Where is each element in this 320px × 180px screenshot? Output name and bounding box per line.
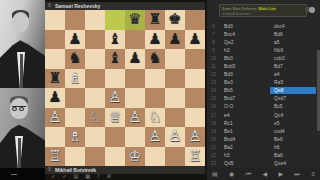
black-move[interactable]: dxc4 — [270, 23, 316, 30]
black-n-f6[interactable]: ♞ — [148, 49, 161, 68]
black-p-h7[interactable]: ♟ — [188, 30, 201, 49]
move-row-12: 12Bd3a4 — [207, 71, 318, 79]
square-c7[interactable] — [85, 30, 105, 50]
black-move[interactable]: cxd4 — [270, 128, 316, 135]
square-f3[interactable]: ♘ — [145, 108, 165, 128]
square-h7[interactable]: ♟ — [185, 30, 205, 50]
move-row-18: 18Rc1e5 — [207, 119, 318, 127]
square-h2[interactable]: ♙ — [185, 127, 205, 147]
white-p-a3[interactable]: ♙ — [48, 108, 61, 127]
book-icon[interactable]: ▤ — [212, 168, 218, 180]
move-row-9: 9h3Nb6 — [207, 46, 318, 54]
black-move[interactable]: Nb6 — [270, 47, 316, 54]
white-move[interactable]: Bb5 — [220, 87, 270, 94]
white-move[interactable]: e4 — [220, 112, 270, 119]
chess-board[interactable]: ♛♜♚♟♝♟♟♟♞♝♟♞♜♗♟♙♙♘♕♙♘♗♙♙♙♖♔♖ — [45, 10, 205, 166]
black-move[interactable]: Qe8 — [270, 87, 316, 94]
black-move[interactable]: Ba6 — [270, 152, 316, 159]
square-g4[interactable] — [165, 88, 185, 108]
white-p-f2[interactable]: ♙ — [148, 127, 161, 146]
top-player-name: Samuel Reshevsky — [55, 2, 100, 10]
white-n-f3[interactable]: ♘ — [148, 108, 161, 127]
suit-shape — [0, 122, 45, 168]
move-row-16: 16O-OBc5 — [207, 103, 318, 111]
square-e2[interactable] — [125, 127, 145, 147]
square-c1[interactable] — [85, 147, 105, 167]
move-number: 19 — [207, 129, 220, 134]
move-row-21: 21Ba2h6 — [207, 143, 318, 151]
square-b4[interactable] — [65, 88, 85, 108]
square-g7[interactable]: ♟ — [165, 30, 185, 50]
square-e5[interactable] — [125, 69, 145, 89]
reshevsky-photo — [0, 0, 45, 88]
black-move[interactable]: h6 — [270, 144, 316, 151]
move-row-13: 13Be3Ra5 — [207, 79, 318, 87]
square-e7[interactable] — [125, 30, 145, 50]
move-number: 12 — [207, 72, 220, 77]
board-area: 6 Samuel Reshevsky ♛♜♚♟♝♟♟♟♞♝♟♞♜♗♟♙♙♘♕♙♘… — [45, 0, 205, 180]
black-move[interactable]: Bd7 — [270, 63, 316, 70]
move-number: 9 — [207, 48, 220, 53]
move-row-10: 10Bb3cxb3 — [207, 54, 318, 62]
white-r-a1[interactable]: ♖ — [48, 147, 61, 166]
black-move[interactable]: Be6 — [270, 136, 316, 143]
white-move[interactable]: Rc1 — [220, 120, 270, 127]
top-player-badge: 6 — [47, 2, 52, 10]
opening-highlight: Main Line — [258, 6, 275, 11]
move-number: 16 — [207, 104, 220, 109]
square-f4[interactable] — [145, 88, 165, 108]
next-move-icon[interactable]: ▶ — [279, 168, 284, 180]
move-list[interactable]: 6Bd3dxc47Bxc4Bd68Qe2a59h3Nb610Bb3cxb311B… — [207, 22, 318, 168]
top-player-bar: 6 Samuel Reshevsky — [45, 2, 205, 10]
grid-icon[interactable]: ▦ — [85, 172, 90, 180]
square-h5[interactable] — [185, 69, 205, 89]
white-k-e1[interactable]: ♔ — [128, 147, 141, 166]
square-b2[interactable]: ♗ — [65, 127, 85, 147]
white-move[interactable]: h3 — [220, 47, 270, 54]
black-q-e8[interactable]: ♛ — [128, 10, 141, 29]
black-p-g7[interactable]: ♟ — [168, 30, 181, 49]
white-b-b5[interactable]: ♗ — [68, 69, 81, 88]
move-row-8: 8Qe2a5 — [207, 38, 318, 46]
panel-toggle-switch[interactable] — [305, 7, 315, 12]
white-p-g2[interactable]: ♙ — [168, 127, 181, 146]
black-move[interactable]: Qc4 — [270, 112, 316, 119]
square-a6[interactable] — [45, 49, 65, 69]
move-number: 8 — [207, 40, 220, 45]
black-move[interactable]: a4 — [270, 71, 316, 78]
move-number: 13 — [207, 80, 220, 85]
square-h1[interactable]: ♖ — [185, 147, 205, 167]
square-e4[interactable] — [125, 88, 145, 108]
target-icon[interactable]: ◉ — [229, 168, 234, 180]
move-row-15: 15Bxd7Qxd7 — [207, 95, 318, 103]
white-move[interactable]: Bxc4 — [220, 31, 270, 38]
share-icon[interactable]: ⤴ — [97, 172, 100, 180]
black-move[interactable]: Bc5 — [270, 103, 316, 110]
white-move[interactable]: Bxb5 — [220, 63, 270, 70]
square-d7[interactable]: ♝ — [105, 30, 125, 50]
white-b-b2[interactable]: ♗ — [68, 127, 81, 146]
white-move[interactable]: Qe2 — [220, 39, 270, 46]
white-move[interactable]: Bxd7 — [220, 95, 270, 102]
square-d1[interactable] — [105, 147, 125, 167]
black-p-e6[interactable]: ♟ — [128, 49, 141, 68]
toggle-knob — [309, 7, 315, 13]
move-number: 22 — [207, 153, 220, 158]
move-row-17: 17e4Qc4 — [207, 111, 318, 119]
move-row-7: 7Bxc4Bd6 — [207, 30, 318, 38]
square-h3[interactable] — [185, 108, 205, 128]
square-a5[interactable]: ♜ — [45, 69, 65, 89]
white-move[interactable]: Ba2 — [220, 144, 270, 151]
square-f2[interactable]: ♙ — [145, 127, 165, 147]
square-h4[interactable] — [185, 88, 205, 108]
strip-dash — [11, 174, 17, 175]
square-c8[interactable] — [85, 10, 105, 30]
black-move[interactable]: Ra5 — [270, 79, 316, 86]
square-e8[interactable]: ♛ — [125, 10, 145, 30]
black-b-d6[interactable]: ♝ — [108, 49, 121, 68]
move-row-22: 22h3Ba6 — [207, 152, 318, 160]
move-number: 21 — [207, 145, 220, 150]
square-a1[interactable]: ♖ — [45, 147, 65, 167]
square-d2[interactable] — [105, 127, 125, 147]
square-c3[interactable]: ♘ — [85, 108, 105, 128]
move-row-6: 6Bd3dxc4 — [207, 22, 318, 30]
layout-icon[interactable]: ▤ — [73, 172, 78, 180]
square-a7[interactable] — [45, 30, 65, 50]
last-move-icon[interactable]: ⏭ — [295, 168, 300, 180]
black-move[interactable]: Qxe4 — [270, 160, 316, 167]
black-p-f7[interactable]: ♟ — [148, 30, 161, 49]
opening-line2: in book browser — [222, 11, 304, 16]
move-number: 18 — [207, 121, 220, 126]
move-number: 20 — [207, 137, 220, 142]
square-b7[interactable]: ♟ — [65, 30, 85, 50]
black-b-d7[interactable]: ♝ — [108, 30, 121, 49]
square-g2[interactable]: ♙ — [165, 127, 185, 147]
white-n-c3[interactable]: ♘ — [88, 108, 101, 127]
square-h8[interactable] — [185, 10, 205, 30]
square-c2[interactable] — [85, 127, 105, 147]
move-number: 23 — [207, 161, 220, 166]
tie-shape — [20, 54, 23, 88]
square-f6[interactable]: ♞ — [145, 49, 165, 69]
black-n-b6[interactable]: ♞ — [68, 49, 81, 68]
move-number: 17 — [207, 113, 220, 118]
bottom-left-strip — [0, 168, 45, 180]
black-move[interactable]: Bd6 — [270, 31, 316, 38]
botvinnik-photo — [0, 88, 45, 168]
square-b3[interactable] — [65, 108, 85, 128]
white-q-d3[interactable]: ♕ — [108, 108, 121, 127]
move-row-19: 19Be1cxd4 — [207, 127, 318, 135]
black-move[interactable]: Qxd7 — [270, 95, 316, 102]
square-g8[interactable]: ♚ — [165, 10, 185, 30]
settings-icon[interactable]: ⚙ — [106, 172, 110, 180]
board-toolbar: ✓✓▤▦⤴⚙ — [45, 172, 205, 180]
square-d4[interactable]: ♙ — [105, 88, 125, 108]
move-number: 6 — [207, 24, 220, 29]
tie-shape — [18, 138, 21, 168]
square-b6[interactable]: ♞ — [65, 49, 85, 69]
square-e1[interactable]: ♔ — [125, 147, 145, 167]
move-number: 7 — [207, 32, 220, 37]
move-panel: Semi-Slav Defense: Main Line in book bro… — [205, 0, 320, 180]
move-number: 15 — [207, 96, 220, 101]
square-c5[interactable] — [85, 69, 105, 89]
square-d6[interactable]: ♝ — [105, 49, 125, 69]
square-f7[interactable]: ♟ — [145, 30, 165, 50]
white-move[interactable]: Qd5 — [220, 160, 270, 167]
square-b5[interactable]: ♗ — [65, 69, 85, 89]
black-k-g8[interactable]: ♚ — [168, 10, 181, 29]
move-number: 14 — [207, 88, 220, 93]
opening-name-box: Semi-Slav Defense: Main Line in book bro… — [219, 4, 307, 17]
check-icon-2[interactable]: ✓ — [62, 172, 66, 180]
move-row-20: 20Bxd4Be6 — [207, 135, 318, 143]
white-move[interactable]: Bd3 — [220, 71, 270, 78]
white-p-e3[interactable]: ♙ — [128, 108, 141, 127]
square-e6[interactable]: ♟ — [125, 49, 145, 69]
square-a3[interactable]: ♙ — [45, 108, 65, 128]
black-r-a5[interactable]: ♜ — [48, 69, 61, 88]
white-move[interactable]: Be3 — [220, 79, 270, 86]
head-shape — [12, 12, 29, 32]
square-c6[interactable] — [85, 49, 105, 69]
white-move[interactable]: Bb3 — [220, 55, 270, 62]
playback-controls: ▤◉⏮◀▶⏭≡ — [207, 168, 320, 180]
square-f1[interactable] — [145, 147, 165, 167]
move-row-11: 11Bxb5Bd7 — [207, 62, 318, 70]
square-a2[interactable] — [45, 127, 65, 147]
move-number: 10 — [207, 56, 220, 61]
square-c4[interactable] — [85, 88, 105, 108]
white-p-d4[interactable]: ♙ — [108, 88, 121, 107]
black-p-b7[interactable]: ♟ — [68, 30, 81, 49]
white-r-h1[interactable]: ♖ — [188, 147, 201, 166]
black-p-a4[interactable]: ♟ — [48, 88, 61, 107]
move-row-14: 14Bb5Qe8 — [207, 87, 318, 95]
square-f8[interactable]: ♜ — [145, 10, 165, 30]
white-move[interactable]: Bxd4 — [220, 136, 270, 143]
square-g1[interactable] — [165, 147, 185, 167]
square-a4[interactable]: ♟ — [45, 88, 65, 108]
first-move-icon[interactable]: ⏮ — [246, 168, 251, 180]
square-g3[interactable] — [165, 108, 185, 128]
square-d3[interactable]: ♕ — [105, 108, 125, 128]
square-e3[interactable]: ♙ — [125, 108, 145, 128]
square-g6[interactable] — [165, 49, 185, 69]
white-move[interactable]: Be1 — [220, 128, 270, 135]
black-move[interactable]: a5 — [270, 39, 316, 46]
black-move[interactable]: e5 — [270, 120, 316, 127]
square-g5[interactable] — [165, 69, 185, 89]
black-move[interactable]: cxb3 — [270, 55, 316, 62]
square-f5[interactable] — [145, 69, 165, 89]
square-b1[interactable] — [65, 147, 85, 167]
square-d5[interactable] — [105, 69, 125, 89]
prev-move-icon[interactable]: ◀ — [263, 168, 268, 180]
glasses-shape — [12, 106, 26, 110]
move-number: 11 — [207, 64, 220, 69]
white-p-h2[interactable]: ♙ — [188, 127, 201, 146]
black-r-f8[interactable]: ♜ — [148, 10, 161, 29]
white-move[interactable]: h3 — [220, 152, 270, 159]
square-a8[interactable] — [45, 10, 65, 30]
white-move[interactable]: O-O — [220, 103, 270, 110]
square-d8[interactable] — [105, 10, 125, 30]
white-move[interactable]: Bd3 — [220, 23, 270, 30]
menu-icon[interactable]: ≡ — [311, 168, 315, 180]
check-icon-1[interactable]: ✓ — [51, 172, 55, 180]
square-b8[interactable] — [65, 10, 85, 30]
square-h6[interactable] — [185, 49, 205, 69]
move-row-23: 23Qd5Qxe4 — [207, 160, 318, 168]
